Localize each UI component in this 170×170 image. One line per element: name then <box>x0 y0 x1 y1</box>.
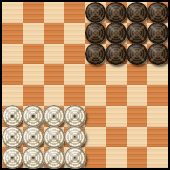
square-b8[interactable] <box>23 2 44 23</box>
square-a5[interactable] <box>2 64 23 85</box>
dark-piece[interactable] <box>147 22 169 44</box>
dark-piece[interactable] <box>126 22 148 44</box>
light-piece[interactable] <box>22 147 44 169</box>
square-g3[interactable] <box>127 106 148 127</box>
square-g6[interactable] <box>127 44 148 65</box>
square-e6[interactable] <box>85 44 106 65</box>
dark-piece[interactable] <box>105 2 127 24</box>
square-g7[interactable] <box>127 23 148 44</box>
board-frame <box>0 0 170 170</box>
square-c1[interactable] <box>44 147 65 168</box>
square-a7[interactable] <box>2 23 23 44</box>
dark-piece[interactable] <box>126 2 148 24</box>
square-e4[interactable] <box>85 85 106 106</box>
square-h1[interactable] <box>147 147 168 168</box>
dark-piece[interactable] <box>105 43 127 65</box>
light-piece[interactable] <box>64 126 86 148</box>
dark-piece[interactable] <box>85 2 107 24</box>
square-b6[interactable] <box>23 44 44 65</box>
square-e7[interactable] <box>85 23 106 44</box>
light-piece[interactable] <box>22 105 44 127</box>
square-b4[interactable] <box>23 85 44 106</box>
light-piece[interactable] <box>2 105 24 127</box>
square-c5[interactable] <box>44 64 65 85</box>
square-e2[interactable] <box>85 127 106 148</box>
light-piece[interactable] <box>43 147 65 169</box>
light-piece[interactable] <box>43 126 65 148</box>
square-c3[interactable] <box>44 106 65 127</box>
square-h3[interactable] <box>147 106 168 127</box>
square-c2[interactable] <box>44 127 65 148</box>
square-g8[interactable] <box>127 2 148 23</box>
square-e5[interactable] <box>85 64 106 85</box>
square-a3[interactable] <box>2 106 23 127</box>
square-d6[interactable] <box>64 44 85 65</box>
square-e8[interactable] <box>85 2 106 23</box>
square-d8[interactable] <box>64 2 85 23</box>
light-piece[interactable] <box>2 126 24 148</box>
square-f2[interactable] <box>106 127 127 148</box>
square-d5[interactable] <box>64 64 85 85</box>
square-c6[interactable] <box>44 44 65 65</box>
light-piece[interactable] <box>64 105 86 127</box>
square-a4[interactable] <box>2 85 23 106</box>
square-f7[interactable] <box>106 23 127 44</box>
light-piece[interactable] <box>64 147 86 169</box>
square-d1[interactable] <box>64 147 85 168</box>
square-c7[interactable] <box>44 23 65 44</box>
dark-piece[interactable] <box>147 43 169 65</box>
square-f3[interactable] <box>106 106 127 127</box>
square-g1[interactable] <box>127 147 148 168</box>
square-d2[interactable] <box>64 127 85 148</box>
square-f6[interactable] <box>106 44 127 65</box>
square-b7[interactable] <box>23 23 44 44</box>
light-piece[interactable] <box>22 126 44 148</box>
dark-piece[interactable] <box>147 2 169 24</box>
square-h8[interactable] <box>147 2 168 23</box>
light-piece[interactable] <box>2 147 24 169</box>
light-piece[interactable] <box>43 105 65 127</box>
dark-piece[interactable] <box>85 43 107 65</box>
square-f5[interactable] <box>106 64 127 85</box>
square-c8[interactable] <box>44 2 65 23</box>
square-a1[interactable] <box>2 147 23 168</box>
square-d4[interactable] <box>64 85 85 106</box>
dark-piece[interactable] <box>105 22 127 44</box>
square-c4[interactable] <box>44 85 65 106</box>
square-e1[interactable] <box>85 147 106 168</box>
square-a8[interactable] <box>2 2 23 23</box>
square-a6[interactable] <box>2 44 23 65</box>
square-d3[interactable] <box>64 106 85 127</box>
square-h4[interactable] <box>147 85 168 106</box>
square-b3[interactable] <box>23 106 44 127</box>
board <box>2 2 168 168</box>
square-a2[interactable] <box>2 127 23 148</box>
square-f4[interactable] <box>106 85 127 106</box>
dark-piece[interactable] <box>85 22 107 44</box>
square-e3[interactable] <box>85 106 106 127</box>
square-d7[interactable] <box>64 23 85 44</box>
square-g4[interactable] <box>127 85 148 106</box>
square-b5[interactable] <box>23 64 44 85</box>
square-b2[interactable] <box>23 127 44 148</box>
square-g2[interactable] <box>127 127 148 148</box>
square-f8[interactable] <box>106 2 127 23</box>
square-g5[interactable] <box>127 64 148 85</box>
square-h6[interactable] <box>147 44 168 65</box>
square-h2[interactable] <box>147 127 168 148</box>
square-h7[interactable] <box>147 23 168 44</box>
dark-piece[interactable] <box>126 43 148 65</box>
square-h5[interactable] <box>147 64 168 85</box>
square-b1[interactable] <box>23 147 44 168</box>
square-f1[interactable] <box>106 147 127 168</box>
